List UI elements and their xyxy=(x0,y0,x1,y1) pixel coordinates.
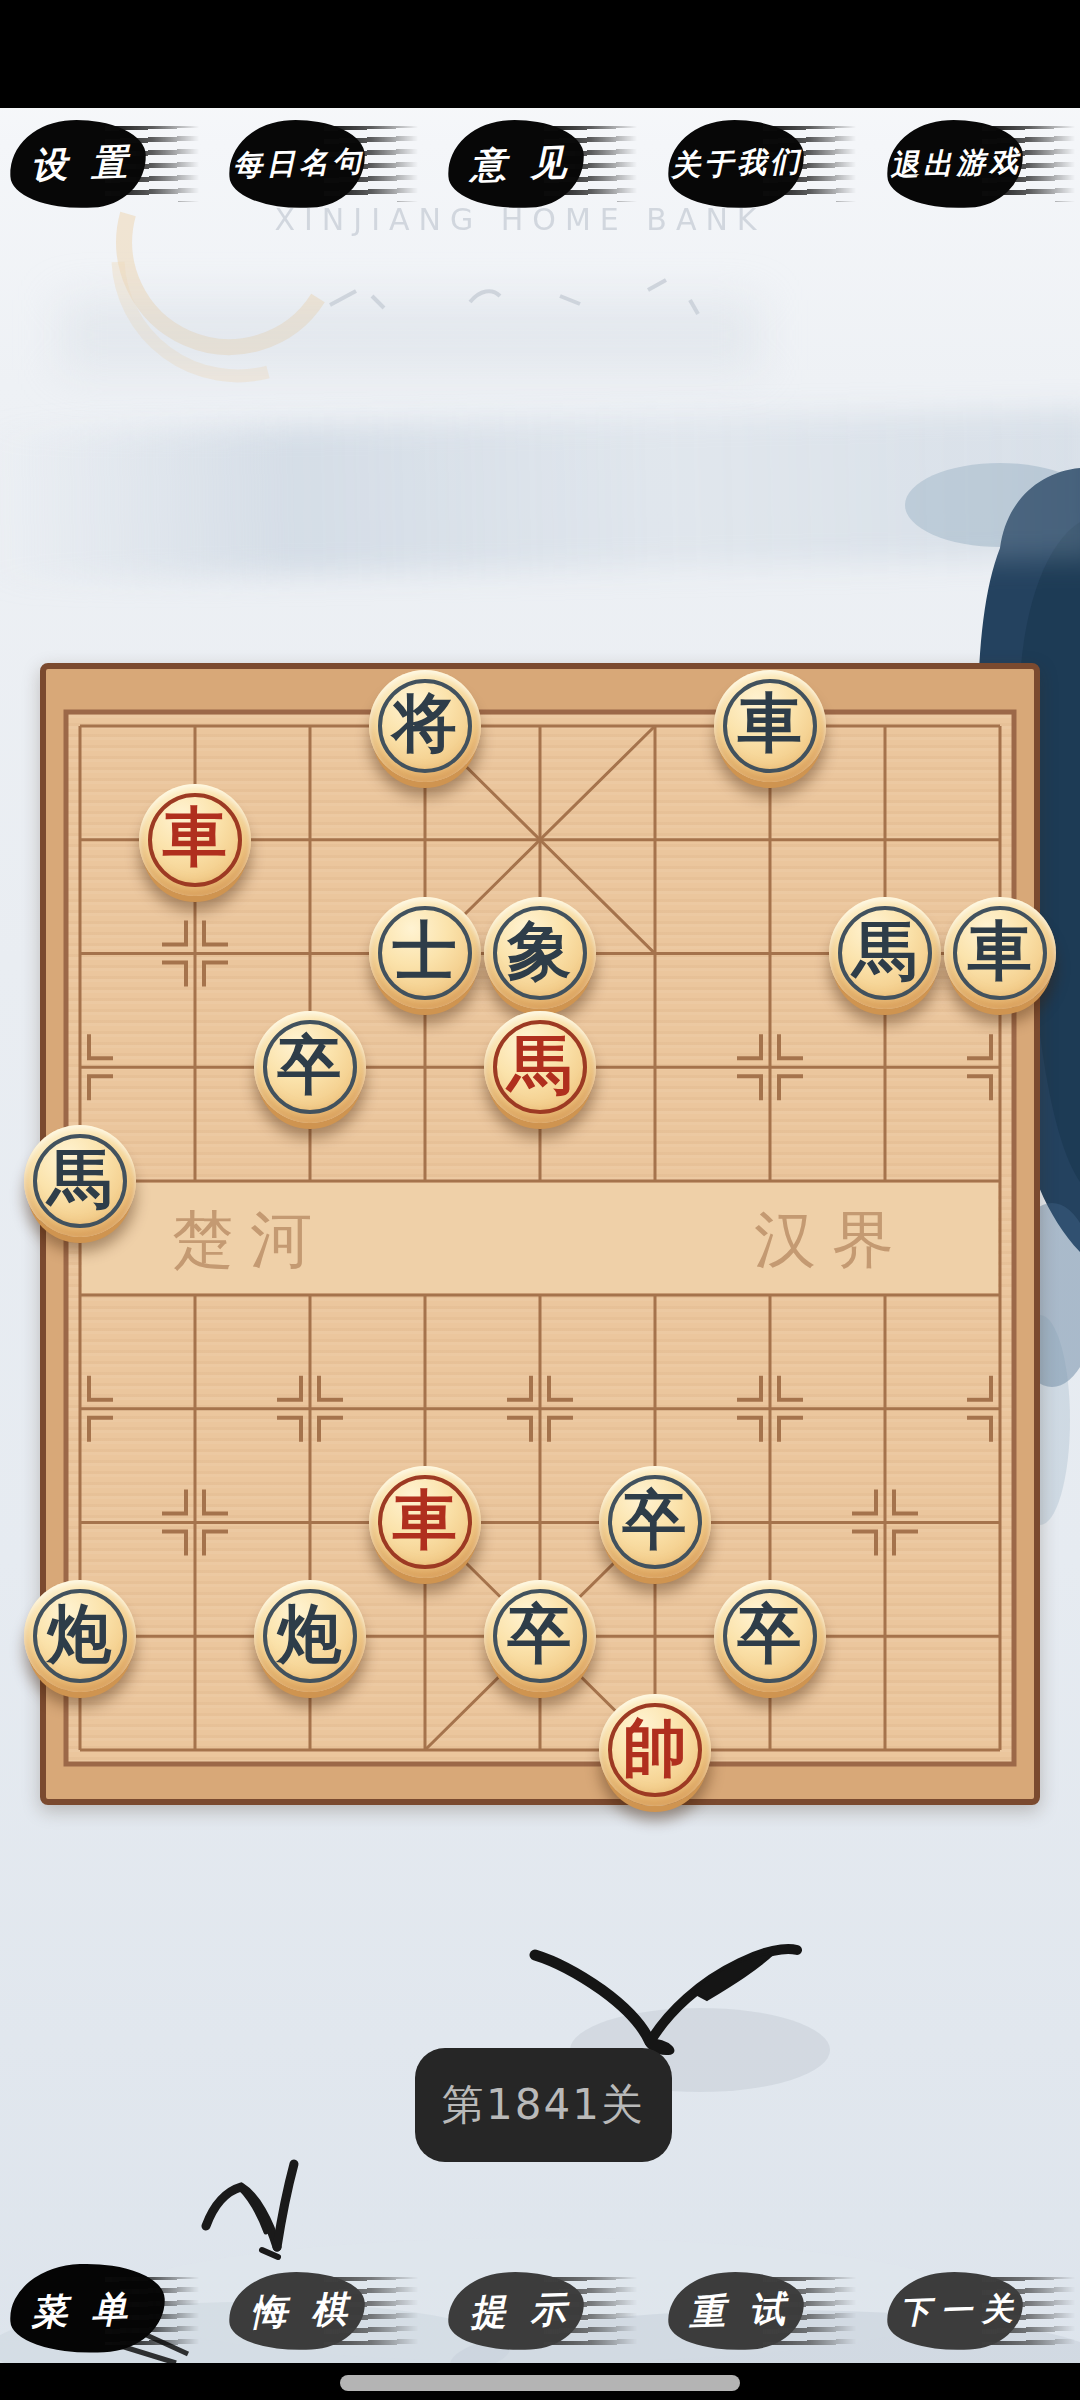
piece-red-馬[interactable]: 馬 xyxy=(484,1011,596,1123)
piece-black-馬[interactable]: 馬 xyxy=(24,1125,136,1237)
piece-char: 馬 xyxy=(24,1125,136,1237)
top-menu-item-1[interactable]: 设置 xyxy=(10,120,193,208)
piece-char: 象 xyxy=(484,897,596,1009)
piece-black-士[interactable]: 士 xyxy=(369,897,481,1009)
piece-black-象[interactable]: 象 xyxy=(484,897,596,1009)
piece-red-帥[interactable]: 帥 xyxy=(599,1694,711,1806)
top-menu-item-5[interactable]: 退出游戏 xyxy=(887,120,1070,208)
piece-red-車[interactable]: 車 xyxy=(369,1466,481,1578)
piece-black-炮[interactable]: 炮 xyxy=(24,1580,136,1692)
piece-char: 卒 xyxy=(484,1580,596,1692)
level-text: 第1841关 xyxy=(442,2077,645,2133)
bottom-menu-item-5[interactable]: 下一关 xyxy=(887,2272,1070,2350)
piece-char: 帥 xyxy=(599,1694,711,1806)
bottom-menu-item-2[interactable]: 悔棋 xyxy=(229,2272,412,2350)
brush-label: 下一关 xyxy=(891,2270,1022,2352)
piece-char: 炮 xyxy=(254,1580,366,1692)
pieces-grid: 将車車士象馬車卒馬馬車卒炮炮卒卒帥 xyxy=(22,669,1057,1807)
brush-label: 悔棋 xyxy=(233,2270,364,2352)
piece-char: 車 xyxy=(139,784,251,896)
piece-black-馬[interactable]: 馬 xyxy=(829,897,941,1009)
brush-label: 退出游戏 xyxy=(891,118,1022,210)
piece-black-炮[interactable]: 炮 xyxy=(254,1580,366,1692)
top-menu: 设置每日名句意见关于我们退出游戏 xyxy=(10,120,1070,208)
brush-label: 意见 xyxy=(452,118,583,210)
top-menu-item-4[interactable]: 关于我们 xyxy=(668,120,851,208)
light-wash xyxy=(60,300,760,370)
piece-char: 炮 xyxy=(24,1580,136,1692)
piece-char: 卒 xyxy=(254,1011,366,1123)
piece-black-卒[interactable]: 卒 xyxy=(254,1011,366,1123)
piece-black-卒[interactable]: 卒 xyxy=(599,1466,711,1578)
bottom-menu-item-4[interactable]: 重试 xyxy=(668,2272,851,2350)
small-bird-ink xyxy=(206,2164,294,2257)
brush-label: 每日名句 xyxy=(233,118,364,210)
brush-label: 菜单 xyxy=(14,2270,145,2352)
piece-black-卒[interactable]: 卒 xyxy=(484,1580,596,1692)
status-bar xyxy=(0,0,1080,108)
piece-black-車[interactable]: 車 xyxy=(944,897,1056,1009)
brush-label: 关于我们 xyxy=(672,118,803,210)
piece-char: 車 xyxy=(944,897,1056,1009)
home-indicator[interactable] xyxy=(340,2375,740,2391)
piece-char: 馬 xyxy=(484,1011,596,1123)
piece-black-卒[interactable]: 卒 xyxy=(714,1580,826,1692)
piece-char: 車 xyxy=(714,670,826,782)
level-badge: 第1841关 xyxy=(415,2048,672,2162)
piece-char: 士 xyxy=(369,897,481,1009)
brush-label: 重试 xyxy=(672,2270,803,2352)
piece-char: 将 xyxy=(369,670,481,782)
brush-label: 设置 xyxy=(14,118,145,210)
light-blue-wash xyxy=(0,408,1080,581)
android-nav-bar xyxy=(0,2363,1080,2400)
piece-red-車[interactable]: 車 xyxy=(139,784,251,896)
piece-black-将[interactable]: 将 xyxy=(369,670,481,782)
top-menu-item-2[interactable]: 每日名句 xyxy=(229,120,412,208)
piece-char: 車 xyxy=(369,1466,481,1578)
bottom-menu: 菜单悔棋提示重试下一关 xyxy=(10,2272,1070,2350)
top-menu-item-3[interactable]: 意见 xyxy=(448,120,631,208)
bottom-menu-item-3[interactable]: 提示 xyxy=(448,2272,631,2350)
piece-black-車[interactable]: 車 xyxy=(714,670,826,782)
piece-char: 卒 xyxy=(599,1466,711,1578)
piece-char: 馬 xyxy=(829,897,941,1009)
bottom-menu-item-1[interactable]: 菜单 xyxy=(10,2272,193,2350)
brush-label: 提示 xyxy=(453,2270,584,2352)
piece-char: 卒 xyxy=(714,1580,826,1692)
